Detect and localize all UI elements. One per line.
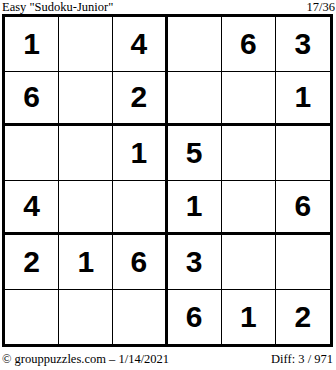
cell-r6c6: 2 — [276, 290, 330, 345]
cell-r1c2 — [59, 17, 113, 72]
cell-r2c5 — [222, 72, 276, 127]
givens-counter: 17/36 — [307, 0, 335, 14]
difficulty-text: Diff: 3 / 971 — [271, 352, 333, 367]
cell-r1c1: 1 — [5, 17, 59, 72]
cell-r6c5: 1 — [222, 290, 276, 345]
cell-r4c4: 1 — [168, 181, 222, 236]
cell-r3c3: 1 — [113, 126, 167, 181]
cell-r3c1 — [5, 126, 59, 181]
cell-r1c5: 6 — [222, 17, 276, 72]
cell-r2c3: 2 — [113, 72, 167, 127]
cell-r1c6: 3 — [276, 17, 330, 72]
cell-r1c4 — [168, 17, 222, 72]
cell-r3c2 — [59, 126, 113, 181]
cell-r4c3 — [113, 181, 167, 236]
cell-r2c4 — [168, 72, 222, 127]
cell-r2c6: 1 — [276, 72, 330, 127]
cell-r5c2: 1 — [59, 235, 113, 290]
cell-r1c3: 4 — [113, 17, 167, 72]
cell-r3c5 — [222, 126, 276, 181]
cell-r6c2 — [59, 290, 113, 345]
cell-r5c3: 6 — [113, 235, 167, 290]
cell-r5c5 — [222, 235, 276, 290]
cell-r6c4: 6 — [168, 290, 222, 345]
puzzle-title: Easy "Sudoku-Junior" — [2, 0, 113, 14]
cell-r6c1 — [5, 290, 59, 345]
cell-r5c4: 3 — [168, 235, 222, 290]
cell-r5c6 — [276, 235, 330, 290]
copyright-text: © grouppuzzles.com – 1/14/2021 — [2, 352, 169, 367]
cell-r4c6: 6 — [276, 181, 330, 236]
cell-r3c6 — [276, 126, 330, 181]
cell-r3c4: 5 — [168, 126, 222, 181]
cell-r2c1: 6 — [5, 72, 59, 127]
cell-r2c2 — [59, 72, 113, 127]
cell-r5c1: 2 — [5, 235, 59, 290]
cell-r6c3 — [113, 290, 167, 345]
cell-r4c1: 4 — [5, 181, 59, 236]
sudoku-board: 1463621154162163612 — [2, 14, 333, 347]
cell-r4c5 — [222, 181, 276, 236]
cell-r4c2 — [59, 181, 113, 236]
